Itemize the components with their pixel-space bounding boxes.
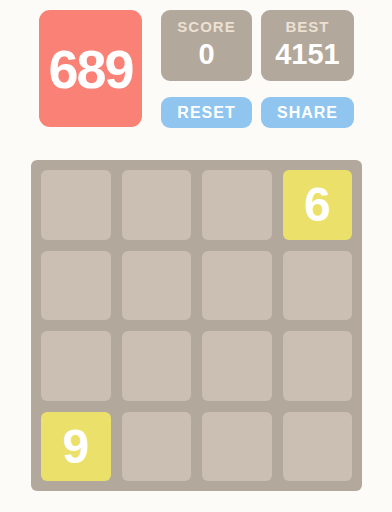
board-cell bbox=[283, 331, 353, 401]
score-box: SCORE 0 bbox=[161, 10, 252, 81]
board-cell bbox=[41, 331, 111, 401]
board-cell bbox=[283, 412, 353, 482]
board-cell bbox=[202, 170, 272, 240]
best-label: BEST bbox=[285, 19, 329, 34]
board-cell bbox=[202, 331, 272, 401]
header: 689 SCORE 0 BEST 4151 RESET SHARE bbox=[0, 0, 392, 160]
board-cell bbox=[283, 251, 353, 321]
score-label: SCORE bbox=[177, 19, 235, 34]
reset-button[interactable]: RESET bbox=[161, 97, 252, 128]
game-board[interactable]: 6 9 bbox=[31, 160, 362, 491]
board-cell: 6 bbox=[283, 170, 353, 240]
board-cell: 9 bbox=[41, 412, 111, 482]
logo-tile: 689 bbox=[39, 10, 142, 127]
board-cell bbox=[202, 251, 272, 321]
board-cell bbox=[122, 412, 192, 482]
board-cell bbox=[122, 170, 192, 240]
board-cell bbox=[202, 412, 272, 482]
share-button[interactable]: SHARE bbox=[261, 97, 354, 128]
board-cell bbox=[122, 331, 192, 401]
board-cell bbox=[41, 251, 111, 321]
board-cell bbox=[122, 251, 192, 321]
board-cell bbox=[41, 170, 111, 240]
best-value: 4151 bbox=[275, 37, 340, 72]
app-screen: 689 SCORE 0 BEST 4151 RESET SHARE 6 9 bbox=[0, 0, 392, 512]
score-value: 0 bbox=[198, 37, 214, 72]
best-box: BEST 4151 bbox=[261, 10, 354, 81]
